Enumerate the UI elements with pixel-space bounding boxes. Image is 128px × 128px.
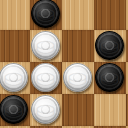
board-square[interactable]: ⛀	[30, 30, 62, 62]
checker-glyph: ⛀	[35, 34, 55, 58]
board-square[interactable]: ⛀	[62, 62, 94, 94]
board-square[interactable]	[62, 126, 94, 128]
white-checker-piece[interactable]: ⛀	[0, 63, 28, 92]
board-square[interactable]	[0, 0, 30, 30]
white-checker-piece[interactable]: ⛀	[63, 63, 92, 92]
board-square[interactable]	[126, 0, 128, 30]
board-square[interactable]	[62, 94, 94, 126]
black-checker-piece[interactable]: ⛂	[31, 0, 60, 28]
white-checker-piece[interactable]: ⛀	[31, 63, 60, 92]
checker-glyph: ⛀	[35, 66, 55, 90]
board-square[interactable]	[126, 126, 128, 128]
board-square[interactable]	[30, 126, 62, 128]
board-square[interactable]	[0, 30, 30, 62]
black-checker-piece[interactable]: ⛂	[0, 95, 28, 124]
checkers-game-view: ⛂⛀⛂⛀⛀⛀⛂⛂⛀	[0, 0, 128, 128]
board-square[interactable]: ⛂	[0, 94, 30, 126]
board-square[interactable]: ⛂	[94, 62, 126, 94]
board-square[interactable]	[62, 0, 94, 30]
board-square[interactable]	[94, 0, 126, 30]
board-square[interactable]	[94, 126, 126, 128]
white-checker-piece[interactable]: ⛀	[31, 95, 60, 124]
board-square[interactable]	[126, 94, 128, 126]
checker-glyph: ⛂	[3, 98, 23, 122]
checker-glyph: ⛀	[35, 98, 55, 122]
board-square[interactable]: ⛂	[30, 0, 62, 30]
board-square[interactable]	[126, 62, 128, 94]
checker-glyph: ⛀	[3, 66, 23, 90]
checker-glyph: ⛂	[99, 66, 119, 90]
checker-glyph: ⛀	[67, 66, 87, 90]
board-square[interactable]	[126, 30, 128, 62]
board-square[interactable]: ⛀	[30, 94, 62, 126]
board-square[interactable]	[62, 30, 94, 62]
black-checker-piece[interactable]: ⛂	[95, 31, 124, 60]
white-checker-piece[interactable]: ⛀	[31, 31, 60, 60]
checkers-board: ⛂⛀⛂⛀⛀⛀⛂⛂⛀	[0, 0, 128, 128]
board-square[interactable]: ⛀	[30, 62, 62, 94]
board-square[interactable]: ⛂	[94, 30, 126, 62]
board-square[interactable]: ⛀	[0, 62, 30, 94]
board-square[interactable]	[94, 94, 126, 126]
checker-glyph: ⛂	[99, 34, 119, 58]
board-square[interactable]	[0, 126, 30, 128]
black-checker-piece[interactable]: ⛂	[95, 63, 124, 92]
checker-glyph: ⛂	[35, 2, 55, 26]
